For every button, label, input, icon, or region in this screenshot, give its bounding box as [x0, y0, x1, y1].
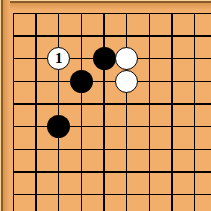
move-number-label: 1: [55, 51, 63, 66]
go-board-diagram: 1: [0, 0, 211, 211]
black-stone: [70, 70, 93, 93]
black-stone: [93, 47, 116, 70]
black-stone: [47, 115, 70, 138]
white-stone: [115, 70, 138, 93]
white-stone: [115, 47, 138, 70]
white-stone-move-1: 1: [47, 47, 70, 70]
stones-layer: 1: [0, 0, 211, 211]
